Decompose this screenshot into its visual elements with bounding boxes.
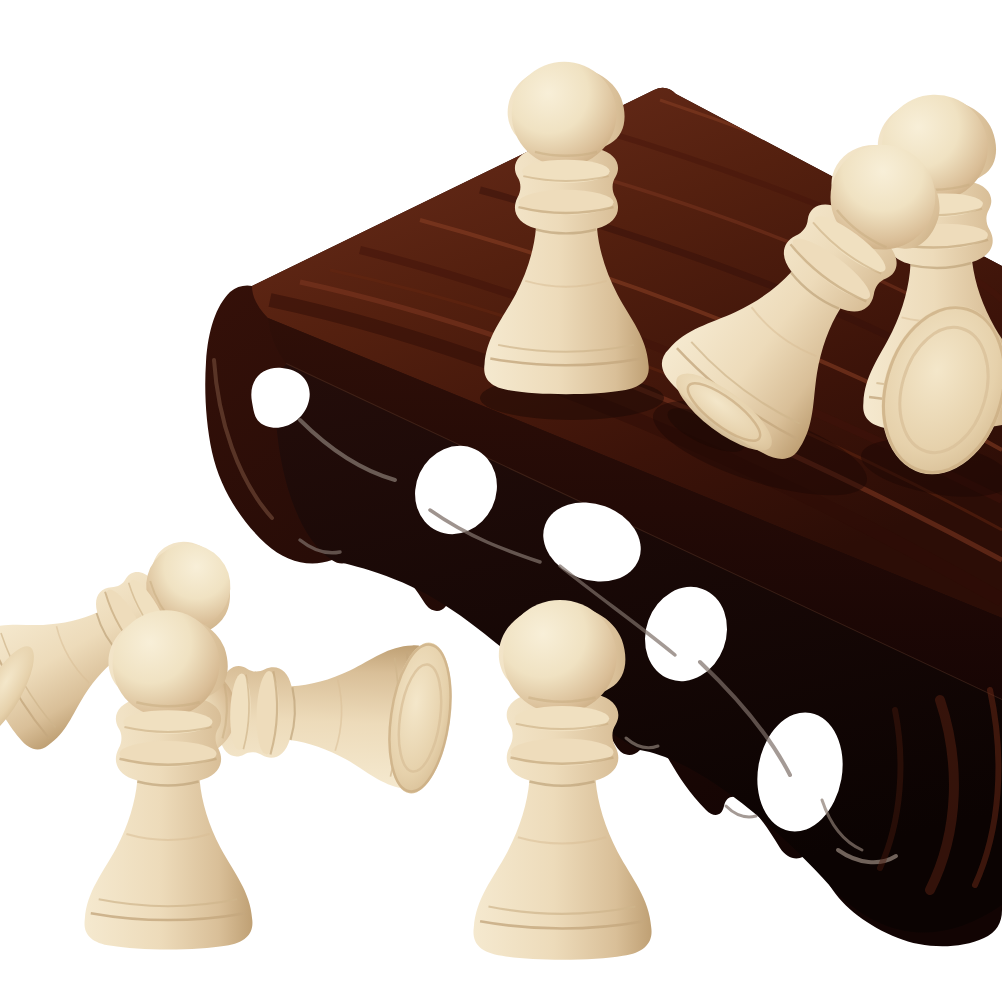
product-photo: Seven unfinished light-wood chess pawns … xyxy=(0,0,1002,1002)
photo-canvas xyxy=(0,0,1002,1002)
